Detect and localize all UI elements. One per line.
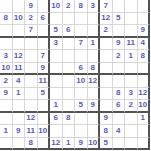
sudoku-cell-r1c5: 10	[50, 0, 63, 13]
sudoku-cell-r9c11: 2	[125, 100, 138, 113]
sudoku-cell-r7c2: 4	[13, 75, 26, 88]
sudoku-cell-r12c10[interactable]	[113, 138, 126, 151]
sudoku-cell-r1c6: 2	[63, 0, 76, 13]
sudoku-cell-r8c2: 1	[13, 88, 26, 101]
sudoku-cell-r2c9: 12	[100, 13, 113, 26]
sudoku-cell-r9c7: 5	[75, 100, 88, 113]
sudoku-cell-r7c4: 11	[38, 75, 51, 88]
sudoku-cell-r5c2: 12	[13, 50, 26, 63]
sudoku-cell-r5c1: 3	[0, 50, 13, 63]
sudoku-cell-r6c6[interactable]	[63, 63, 76, 76]
sudoku-cell-r12c2[interactable]	[13, 138, 26, 151]
sudoku-cell-r10c4[interactable]	[38, 113, 51, 126]
sudoku-cell-r5c7[interactable]	[75, 50, 88, 63]
sudoku-cell-r10c5: 6	[50, 113, 63, 126]
sudoku-cell-r10c2[interactable]	[13, 113, 26, 126]
sudoku-cell-r12c4[interactable]	[38, 138, 51, 151]
sudoku-cell-r3c11[interactable]	[125, 25, 138, 38]
sudoku-cell-r9c10: 6	[113, 100, 126, 113]
sudoku-cell-r4c11: 11	[125, 38, 138, 51]
sudoku-cell-r9c3[interactable]	[25, 100, 38, 113]
sudoku-cell-r2c2: 10	[13, 13, 26, 26]
sudoku-cell-r6c7: 6	[75, 63, 88, 76]
sudoku-cell-r6c9[interactable]	[100, 63, 113, 76]
sudoku-cell-r12c6: 1	[63, 138, 76, 151]
sudoku-cell-r8c9[interactable]	[100, 88, 113, 101]
sudoku-cell-r4c7: 7	[75, 38, 88, 51]
sudoku-cell-r10c8[interactable]	[88, 113, 101, 126]
sudoku-cell-r10c6: 8	[63, 113, 76, 126]
sudoku-cell-r6c12[interactable]	[138, 63, 151, 76]
sudoku-cell-r6c3[interactable]	[25, 63, 38, 76]
sudoku-cell-r5c5[interactable]	[50, 50, 63, 63]
sudoku-cell-r1c2[interactable]	[13, 0, 26, 13]
sudoku-cell-r11c11[interactable]	[125, 125, 138, 138]
sudoku-cell-r2c6[interactable]	[63, 13, 76, 26]
sudoku-cell-r3c6: 6	[63, 25, 76, 38]
sudoku-board: 9102837810261257562937191143127218101196…	[0, 0, 150, 150]
sudoku-cell-r5c12: 8	[138, 50, 151, 63]
sudoku-cell-r12c11[interactable]	[125, 138, 138, 151]
sudoku-cell-r8c7[interactable]	[75, 88, 88, 101]
sudoku-cell-r1c11[interactable]	[125, 0, 138, 13]
sudoku-cell-r1c9: 7	[100, 0, 113, 13]
sudoku-cell-r8c5[interactable]	[50, 88, 63, 101]
sudoku-cell-r5c11: 1	[125, 50, 138, 63]
sudoku-cell-r2c8[interactable]	[88, 13, 101, 26]
sudoku-cell-r6c2: 11	[13, 63, 26, 76]
sudoku-cell-r3c2[interactable]	[13, 25, 26, 38]
sudoku-cell-r11c10: 4	[113, 125, 126, 138]
sudoku-cell-r2c11[interactable]	[125, 13, 138, 26]
sudoku-cell-r8c6[interactable]	[63, 88, 76, 101]
sudoku-cell-r4c8: 1	[88, 38, 101, 51]
sudoku-cell-r5c4: 7	[38, 50, 51, 63]
sudoku-cell-r1c8: 3	[88, 0, 101, 13]
sudoku-cell-r11c4: 10	[38, 125, 51, 138]
sudoku-cell-r11c9: 8	[100, 125, 113, 138]
sudoku-cell-r2c12[interactable]	[138, 13, 151, 26]
sudoku-cell-r10c11[interactable]	[125, 113, 138, 126]
sudoku-cell-r7c9[interactable]	[100, 75, 113, 88]
sudoku-cell-r12c8: 10	[88, 138, 101, 151]
sudoku-cell-r4c10: 9	[113, 38, 126, 51]
sudoku-cell-r4c4[interactable]	[38, 38, 51, 51]
sudoku-cell-r1c12[interactable]	[138, 0, 151, 13]
sudoku-cell-r12c7: 9	[75, 138, 88, 151]
sudoku-cell-r3c8[interactable]	[88, 25, 101, 38]
sudoku-cell-r3c12: 9	[138, 25, 151, 38]
sudoku-cell-r1c3: 9	[25, 0, 38, 13]
sudoku-cell-r4c2[interactable]	[13, 38, 26, 51]
sudoku-cell-r5c6[interactable]	[63, 50, 76, 63]
sudoku-cell-r11c5[interactable]	[50, 125, 63, 138]
sudoku-cell-r8c1: 9	[0, 88, 13, 101]
sudoku-cell-r12c9: 5	[100, 138, 113, 151]
sudoku-cell-r6c4: 9	[38, 63, 51, 76]
sudoku-cell-r11c7[interactable]	[75, 125, 88, 138]
sudoku-cell-r1c4[interactable]	[38, 0, 51, 13]
sudoku-cell-r2c10: 5	[113, 13, 126, 26]
sudoku-cell-r9c6[interactable]	[63, 100, 76, 113]
sudoku-cell-r7c8: 12	[88, 75, 101, 88]
sudoku-cell-r8c4: 5	[38, 88, 51, 101]
sudoku-cell-r3c4[interactable]	[38, 25, 51, 38]
sudoku-cell-r3c5: 5	[50, 25, 63, 38]
sudoku-cell-r9c1[interactable]	[0, 100, 13, 113]
sudoku-cell-r7c11[interactable]	[125, 75, 138, 88]
sudoku-cell-r3c9: 2	[100, 25, 113, 38]
sudoku-cell-r3c7[interactable]	[75, 25, 88, 38]
sudoku-cell-r5c3[interactable]	[25, 50, 38, 63]
sudoku-cell-r8c3[interactable]	[25, 88, 38, 101]
sudoku-cell-r7c7: 10	[75, 75, 88, 88]
sudoku-cell-r4c6[interactable]	[63, 38, 76, 51]
sudoku-cell-r7c12[interactable]	[138, 75, 151, 88]
sudoku-cell-r10c10[interactable]	[113, 113, 126, 126]
sudoku-cell-r3c1[interactable]	[0, 25, 13, 38]
sudoku-cell-r8c12: 12	[138, 88, 151, 101]
sudoku-cell-r2c3: 2	[25, 13, 38, 26]
sudoku-cell-r7c6[interactable]	[63, 75, 76, 88]
sudoku-cell-r7c5[interactable]	[50, 75, 63, 88]
sudoku-cell-r11c8[interactable]	[88, 125, 101, 138]
sudoku-cell-r6c1: 10	[0, 63, 13, 76]
sudoku-cell-r2c1: 8	[0, 13, 13, 26]
sudoku-cell-r1c7: 8	[75, 0, 88, 13]
sudoku-cell-r9c12: 10	[138, 100, 151, 113]
sudoku-cell-r1c1[interactable]	[0, 0, 13, 13]
sudoku-cell-r5c9[interactable]	[100, 50, 113, 63]
sudoku-cell-r10c9: 9	[100, 113, 113, 126]
sudoku-cell-r10c7[interactable]	[75, 113, 88, 126]
sudoku-cell-r8c8[interactable]	[88, 88, 101, 101]
sudoku-cell-r10c1[interactable]	[0, 113, 13, 126]
sudoku-cell-r12c5: 12	[50, 138, 63, 151]
sudoku-cell-r7c3[interactable]	[25, 75, 38, 88]
sudoku-cell-r7c1: 2	[0, 75, 13, 88]
sudoku-cell-r12c3: 8	[25, 138, 38, 151]
sudoku-cell-r9c5: 1	[50, 100, 63, 113]
sudoku-cell-r9c4[interactable]	[38, 100, 51, 113]
sudoku-cell-r6c11[interactable]	[125, 63, 138, 76]
sudoku-cell-r8c11: 3	[125, 88, 138, 101]
sudoku-cell-r4c3[interactable]	[25, 38, 38, 51]
sudoku-cell-r11c3: 11	[25, 125, 38, 138]
sudoku-cell-r1c10[interactable]	[113, 0, 126, 13]
sudoku-cell-r11c1: 1	[0, 125, 13, 138]
sudoku-cell-r5c10: 2	[113, 50, 126, 63]
sudoku-cell-r3c10[interactable]	[113, 25, 126, 38]
sudoku-cell-r6c5[interactable]	[50, 63, 63, 76]
sudoku-cell-r8c10: 8	[113, 88, 126, 101]
sudoku-cell-r10c12: 1	[138, 113, 151, 126]
sudoku-cell-r12c1[interactable]	[0, 138, 13, 151]
sudoku-cell-r6c8: 8	[88, 63, 101, 76]
sudoku-cell-r9c9[interactable]	[100, 100, 113, 113]
sudoku-cell-r12c12[interactable]	[138, 138, 151, 151]
sudoku-cell-r10c3: 12	[25, 113, 38, 126]
sudoku-cell-r4c9[interactable]	[100, 38, 113, 51]
sudoku-cell-r9c8: 9	[88, 100, 101, 113]
sudoku-cell-r7c10[interactable]	[113, 75, 126, 88]
sudoku-cell-r3c3: 7	[25, 25, 38, 38]
sudoku-cell-r4c5: 3	[50, 38, 63, 51]
sudoku-cell-r2c7[interactable]	[75, 13, 88, 26]
sudoku-cell-r4c12: 4	[138, 38, 151, 51]
sudoku-cell-r6c10[interactable]	[113, 63, 126, 76]
sudoku-cell-r11c6[interactable]	[63, 125, 76, 138]
sudoku-cell-r2c5[interactable]	[50, 13, 63, 26]
sudoku-cell-r5c8[interactable]	[88, 50, 101, 63]
sudoku-cell-r4c1[interactable]	[0, 38, 13, 51]
sudoku-cell-r11c12[interactable]	[138, 125, 151, 138]
sudoku-cell-r9c2[interactable]	[13, 100, 26, 113]
sudoku-cell-r2c4: 6	[38, 13, 51, 26]
sudoku-cell-r11c2: 9	[13, 125, 26, 138]
